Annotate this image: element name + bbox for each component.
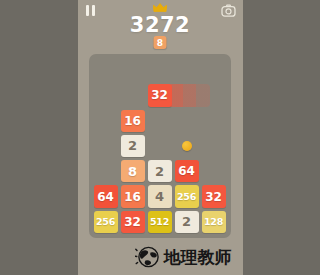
tile-8: 8 (121, 160, 145, 182)
tile-value: 8 (128, 164, 137, 179)
tile-value: 256 (96, 216, 115, 227)
tile-32: 32 (121, 211, 145, 233)
tile-16: 16 (121, 110, 145, 132)
tile-value: 32 (151, 88, 168, 102)
tile-value: 4 (155, 189, 164, 204)
tile-2: 2 (175, 211, 199, 233)
tile-value: 128 (204, 216, 223, 227)
tile-512: 512 (148, 211, 172, 233)
tile-64: 64 (175, 160, 199, 182)
game-board[interactable]: 3216282646416425632256325122128 (89, 54, 231, 238)
tile-value: 2 (182, 214, 191, 229)
tile-value: 2 (155, 164, 164, 179)
tile-32: 32 (148, 84, 172, 106)
tile-value: 64 (178, 164, 195, 178)
tile-4: 4 (148, 185, 172, 207)
coin (182, 141, 192, 151)
tile-value: 512 (150, 216, 169, 227)
watermark-text: 地理教师 (164, 246, 232, 269)
crown-icon (153, 3, 167, 12)
tile-128: 128 (202, 211, 226, 233)
tile-2: 2 (121, 135, 145, 157)
tile-256: 256 (175, 185, 199, 207)
tile-16: 16 (121, 185, 145, 207)
tile-value: 32 (124, 215, 141, 229)
watermark: 地理教师 (135, 243, 232, 271)
motion-trail (171, 84, 211, 106)
tile-value: 32 (205, 190, 222, 204)
tile-64: 64 (94, 185, 118, 207)
globe-icon (135, 243, 161, 271)
tile-value: 64 (97, 190, 114, 204)
tile-value: 16 (124, 114, 141, 128)
tile-value: 256 (177, 191, 196, 202)
game-screen: 3272 8 3216282646416425632256325122128 地… (78, 0, 243, 275)
tile-2: 2 (148, 160, 172, 182)
score-value: 3272 (78, 13, 243, 37)
next-tile-preview: 8 (154, 36, 167, 49)
tile-value: 2 (128, 138, 137, 153)
tile-32: 32 (202, 185, 226, 207)
tile-256: 256 (94, 211, 118, 233)
tile-value: 16 (124, 190, 141, 204)
